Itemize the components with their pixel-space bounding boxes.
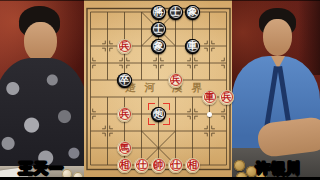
video-frame: 楚河 漢界 將士象士兵象車卒兵車兵兵炮馬相仕帥仕相 王天一 许银川: [0, 0, 320, 180]
piece-black-chariot[interactable]: 車: [185, 39, 200, 54]
piece-glyph: 將: [151, 5, 166, 20]
piece-red-pawn[interactable]: 兵: [168, 73, 183, 88]
bottom-letterbox-bar: [0, 177, 320, 180]
right-player-photo: [232, 0, 320, 180]
piece-red-general[interactable]: 帥: [151, 158, 166, 173]
xiangqi-board[interactable]: 楚河 漢界 將士象士兵象車卒兵車兵兵炮馬相仕帥仕相: [84, 0, 232, 180]
piece-glyph: 仕: [134, 158, 149, 173]
piece-red-pawn[interactable]: 兵: [117, 39, 132, 54]
piece-red-advisor[interactable]: 仕: [134, 158, 149, 173]
piece-red-pawn[interactable]: 兵: [219, 90, 234, 105]
piece-red-elephant[interactable]: 相: [117, 158, 132, 173]
piece-glyph: 兵: [117, 107, 132, 122]
piece-black-elephant[interactable]: 象: [151, 39, 166, 54]
piece-red-pawn[interactable]: 兵: [117, 107, 132, 122]
piece-glyph: 卒: [117, 73, 132, 88]
piece-glyph: 兵: [117, 39, 132, 54]
piece-red-chariot[interactable]: 車: [202, 90, 217, 105]
piece-black-advisor[interactable]: 士: [168, 5, 183, 20]
captured-piece: [234, 160, 245, 171]
left-player-name-label: 王天一: [19, 160, 64, 178]
right-player-name-label: 许银川: [256, 160, 301, 178]
piece-red-advisor[interactable]: 仕: [168, 158, 183, 173]
left-player-face: [24, 22, 57, 62]
piece-glyph: 象: [185, 5, 200, 20]
piece-glyph: 相: [117, 158, 132, 173]
piece-red-horse[interactable]: 馬: [117, 141, 132, 156]
piece-red-elephant[interactable]: 相: [185, 158, 200, 173]
piece-black-general[interactable]: 將: [151, 5, 166, 20]
top-letterbox-bar: [0, 0, 320, 1]
piece-glyph: 象: [151, 39, 166, 54]
left-player-photo: [0, 0, 84, 180]
piece-glyph: 兵: [219, 90, 234, 105]
pieces-grid: 將士象士兵象車卒兵車兵兵炮馬相仕帥仕相: [82, 4, 235, 174]
piece-black-pawn[interactable]: 卒: [117, 73, 132, 88]
piece-glyph: 帥: [151, 158, 166, 173]
piece-black-cannon[interactable]: 炮: [151, 107, 166, 122]
piece-glyph: 車: [185, 39, 200, 54]
right-player-face: [263, 19, 292, 56]
piece-glyph: 士: [168, 5, 183, 20]
piece-black-advisor[interactable]: 士: [151, 22, 166, 37]
last-move-origin-dot: [207, 112, 212, 117]
piece-glyph: 仕: [168, 158, 183, 173]
piece-black-elephant[interactable]: 象: [185, 5, 200, 20]
piece-glyph: 炮: [151, 107, 166, 122]
piece-glyph: 兵: [168, 73, 183, 88]
piece-glyph: 士: [151, 22, 166, 37]
piece-glyph: 車: [202, 90, 217, 105]
piece-glyph: 相: [185, 158, 200, 173]
piece-glyph: 馬: [117, 141, 132, 156]
